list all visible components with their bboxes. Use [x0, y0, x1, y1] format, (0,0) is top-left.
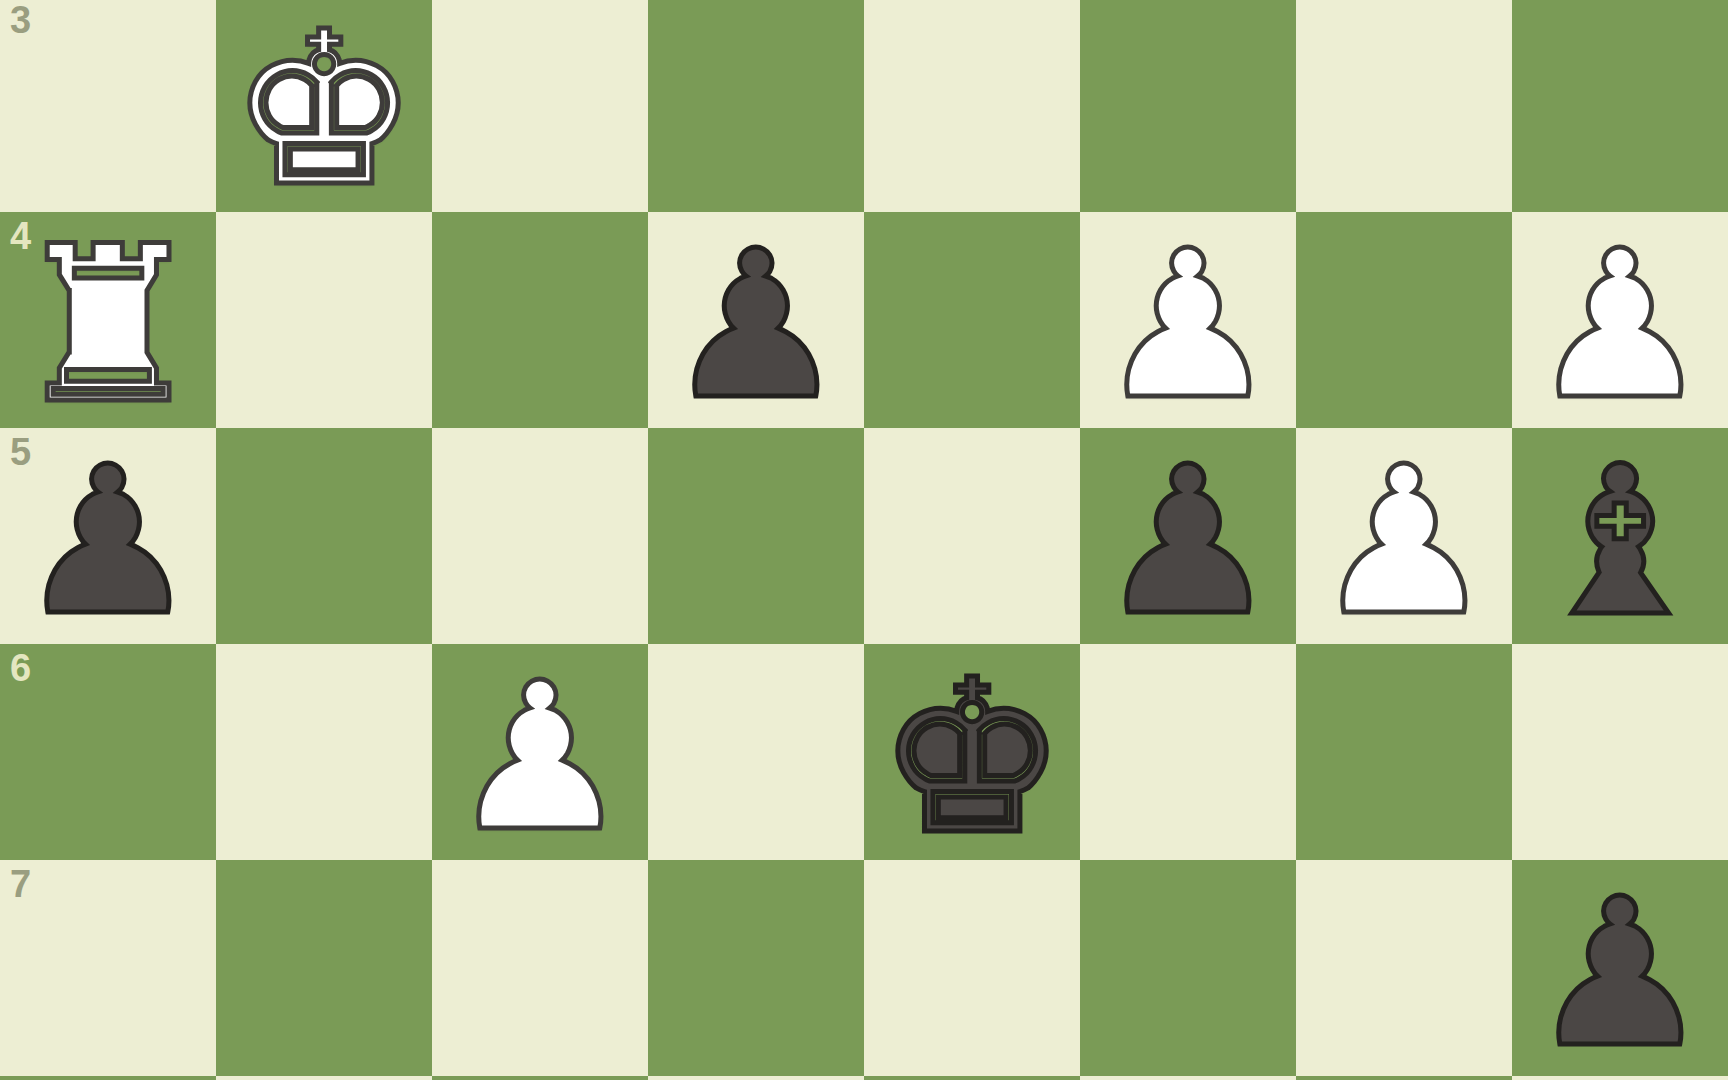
square-g3[interactable]: ♚	[216, 0, 432, 212]
square-g4[interactable]	[216, 212, 432, 428]
square-d3[interactable]	[864, 0, 1080, 212]
square-e4[interactable]: ♟	[648, 212, 864, 428]
white-pawn-c4[interactable]: ♟	[1080, 218, 1296, 434]
square-f8[interactable]	[432, 1076, 648, 1080]
black-king-d6[interactable]: ♚	[864, 650, 1080, 866]
black-bishop-a5[interactable]: ♝	[1512, 434, 1728, 650]
square-a4[interactable]: ♟	[1512, 212, 1728, 428]
square-b8[interactable]	[1296, 1076, 1512, 1080]
square-a6[interactable]	[1512, 644, 1728, 860]
square-f5[interactable]	[432, 428, 648, 644]
square-g5[interactable]	[216, 428, 432, 644]
square-d6[interactable]: ♚	[864, 644, 1080, 860]
black-pawn-a7[interactable]: ♟	[1512, 866, 1728, 1080]
square-b7[interactable]	[1296, 860, 1512, 1076]
square-h7[interactable]: 7	[0, 860, 216, 1076]
square-e5[interactable]	[648, 428, 864, 644]
square-g8[interactable]	[216, 1076, 432, 1080]
board-viewport: 123♚4♜♟♟♟5♟♟♟♝6♟♚7♟8	[0, 0, 1728, 1080]
rank-label-6: 6	[10, 649, 31, 687]
white-pawn-f6[interactable]: ♟	[432, 650, 648, 866]
square-c4[interactable]: ♟	[1080, 212, 1296, 428]
square-e3[interactable]	[648, 0, 864, 212]
chess-board: 123♚4♜♟♟♟5♟♟♟♝6♟♚7♟8	[0, 0, 1728, 1080]
square-h8[interactable]: 8	[0, 1076, 216, 1080]
square-b6[interactable]	[1296, 644, 1512, 860]
black-pawn-e4[interactable]: ♟	[648, 218, 864, 434]
square-c8[interactable]	[1080, 1076, 1296, 1080]
square-f4[interactable]	[432, 212, 648, 428]
square-f3[interactable]	[432, 0, 648, 212]
square-e8[interactable]	[648, 1076, 864, 1080]
black-pawn-h5[interactable]: ♟	[0, 434, 216, 650]
square-f7[interactable]	[432, 860, 648, 1076]
square-e7[interactable]	[648, 860, 864, 1076]
square-a8[interactable]	[1512, 1076, 1728, 1080]
square-c3[interactable]	[1080, 0, 1296, 212]
square-h6[interactable]: 6	[0, 644, 216, 860]
white-pawn-a4[interactable]: ♟	[1512, 218, 1728, 434]
rank-label-7: 7	[10, 865, 31, 903]
square-c5[interactable]: ♟	[1080, 428, 1296, 644]
square-e6[interactable]	[648, 644, 864, 860]
square-b5[interactable]: ♟	[1296, 428, 1512, 644]
white-pawn-b5[interactable]: ♟	[1296, 434, 1512, 650]
square-d7[interactable]	[864, 860, 1080, 1076]
square-h3[interactable]: 3	[0, 0, 216, 212]
square-a5[interactable]: ♝	[1512, 428, 1728, 644]
square-a7[interactable]: ♟	[1512, 860, 1728, 1076]
square-g6[interactable]	[216, 644, 432, 860]
square-c6[interactable]	[1080, 644, 1296, 860]
rank-label-3: 3	[10, 1, 31, 39]
square-c7[interactable]	[1080, 860, 1296, 1076]
square-b3[interactable]	[1296, 0, 1512, 212]
white-king-g3[interactable]: ♚	[216, 2, 432, 218]
square-b4[interactable]	[1296, 212, 1512, 428]
white-rook-h4[interactable]: ♜	[0, 218, 216, 434]
square-h5[interactable]: 5♟	[0, 428, 216, 644]
black-pawn-c5[interactable]: ♟	[1080, 434, 1296, 650]
square-a3[interactable]	[1512, 0, 1728, 212]
square-d5[interactable]	[864, 428, 1080, 644]
square-f6[interactable]: ♟	[432, 644, 648, 860]
square-g7[interactable]	[216, 860, 432, 1076]
square-h4[interactable]: 4♜	[0, 212, 216, 428]
square-d4[interactable]	[864, 212, 1080, 428]
square-d8[interactable]	[864, 1076, 1080, 1080]
